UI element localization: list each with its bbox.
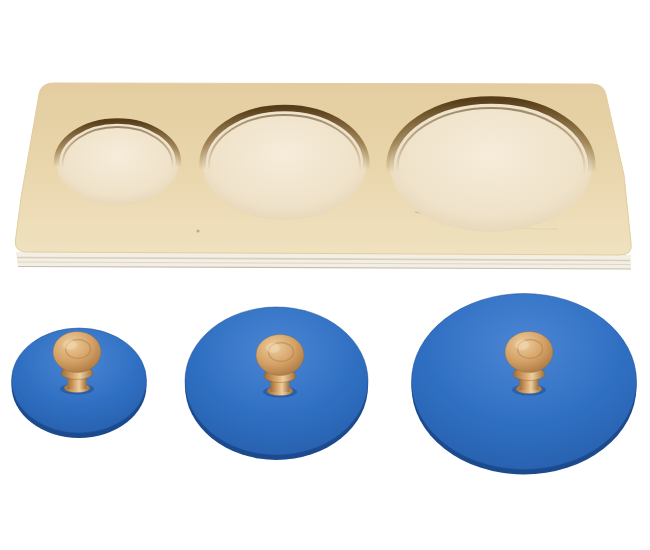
- knob-highlight: [266, 343, 280, 353]
- circle-inset-small[interactable]: [57, 121, 179, 205]
- puzzle-board: [15, 83, 631, 269]
- circle-inset-large[interactable]: [390, 100, 592, 232]
- wood-grain-mark: [196, 229, 199, 232]
- puzzle-piece-small[interactable]: [12, 328, 147, 438]
- puzzle-piece-large[interactable]: [412, 294, 637, 475]
- puzzle-scene-svg: [0, 0, 650, 550]
- circle-inset-medium[interactable]: [203, 108, 367, 220]
- knob-highlight: [515, 340, 529, 350]
- puzzle-piece-medium[interactable]: [185, 307, 368, 460]
- knob-ball: [505, 332, 553, 373]
- knob-ball: [256, 335, 304, 376]
- knob-ball: [53, 332, 101, 373]
- knob-highlight: [63, 340, 77, 350]
- photo-scene: [0, 0, 650, 550]
